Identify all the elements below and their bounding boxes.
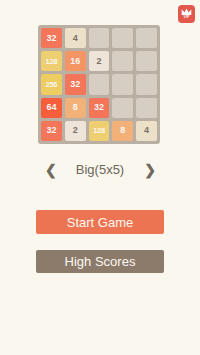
vip-crown-button[interactable]: VIP bbox=[178, 5, 195, 23]
empty-cell bbox=[136, 98, 157, 118]
empty-cell bbox=[89, 28, 110, 48]
tile-2: 2 bbox=[89, 51, 110, 71]
tile-8: 8 bbox=[65, 98, 86, 118]
empty-cell bbox=[112, 28, 133, 48]
tile-64: 64 bbox=[41, 98, 62, 118]
empty-cell bbox=[136, 51, 157, 71]
tile-32: 32 bbox=[89, 98, 110, 118]
tile-256: 256 bbox=[41, 74, 62, 94]
tile-16: 16 bbox=[65, 51, 86, 71]
tile-32: 32 bbox=[41, 28, 62, 48]
mode-selector: ❮ Big(5x5) ❯ bbox=[0, 156, 200, 184]
tile-4: 4 bbox=[65, 28, 86, 48]
tile-32: 32 bbox=[41, 121, 62, 141]
tile-128: 128 bbox=[41, 51, 62, 71]
tile-128: 128 bbox=[89, 121, 110, 141]
empty-cell bbox=[112, 74, 133, 94]
empty-cell bbox=[112, 98, 133, 118]
empty-cell bbox=[136, 74, 157, 94]
start-game-button[interactable]: Start Game bbox=[36, 210, 164, 234]
tile-4: 4 bbox=[136, 121, 157, 141]
main-menu-screen: VIP 324128162256326483232212884 ❮ Big(5x… bbox=[0, 0, 200, 355]
mode-label: Big(5x5) bbox=[0, 162, 200, 177]
tile-32: 32 bbox=[65, 74, 86, 94]
tile-8: 8 bbox=[112, 121, 133, 141]
empty-cell bbox=[136, 28, 157, 48]
empty-cell bbox=[89, 74, 110, 94]
high-scores-button[interactable]: High Scores bbox=[36, 250, 164, 273]
tile-2: 2 bbox=[65, 121, 86, 141]
empty-cell bbox=[112, 51, 133, 71]
chevron-right-icon[interactable]: ❯ bbox=[144, 161, 156, 179]
vip-badge-label: VIP bbox=[183, 16, 189, 20]
board-grid: 324128162256326483232212884 bbox=[38, 25, 160, 144]
